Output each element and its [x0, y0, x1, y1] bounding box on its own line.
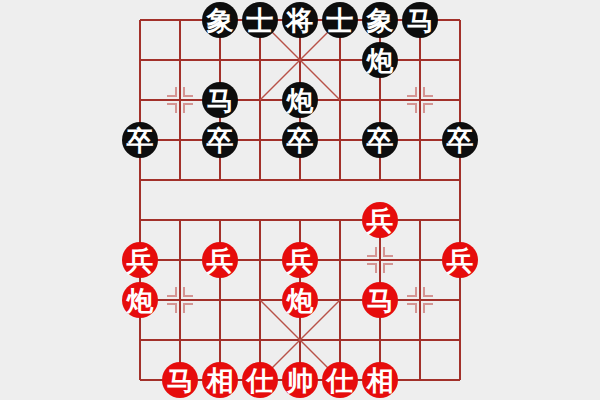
- piece-red-soldier[interactable]: 兵: [282, 242, 318, 278]
- xiangqi-app-canvas: 象士将士象马炮马炮卒卒卒卒卒兵兵兵兵兵炮炮马马相仕帅仕相: [0, 0, 600, 400]
- piece-red-soldier[interactable]: 兵: [362, 202, 398, 238]
- piece-red-advisor[interactable]: 仕: [322, 362, 358, 398]
- piece-red-cannon[interactable]: 炮: [122, 282, 158, 318]
- piece-black-soldier[interactable]: 卒: [202, 122, 238, 158]
- piece-red-cannon[interactable]: 炮: [282, 282, 318, 318]
- piece-black-soldier[interactable]: 卒: [362, 122, 398, 158]
- piece-black-horse[interactable]: 马: [402, 2, 438, 38]
- xiangqi-board-grid: [0, 0, 600, 400]
- piece-black-soldier[interactable]: 卒: [442, 122, 478, 158]
- piece-black-elephant[interactable]: 象: [362, 2, 398, 38]
- piece-black-advisor[interactable]: 士: [322, 2, 358, 38]
- piece-red-horse[interactable]: 马: [162, 362, 198, 398]
- piece-black-soldier[interactable]: 卒: [282, 122, 318, 158]
- piece-black-elephant[interactable]: 象: [202, 2, 238, 38]
- piece-red-horse[interactable]: 马: [362, 282, 398, 318]
- piece-red-elephant[interactable]: 相: [202, 362, 238, 398]
- piece-red-advisor[interactable]: 仕: [242, 362, 278, 398]
- piece-red-soldier[interactable]: 兵: [202, 242, 238, 278]
- piece-red-soldier[interactable]: 兵: [122, 242, 158, 278]
- piece-black-advisor[interactable]: 士: [242, 2, 278, 38]
- piece-black-horse[interactable]: 马: [202, 82, 238, 118]
- piece-black-cannon[interactable]: 炮: [362, 42, 398, 78]
- piece-red-soldier[interactable]: 兵: [442, 242, 478, 278]
- grid-lines: [140, 20, 460, 380]
- piece-red-general[interactable]: 帅: [282, 362, 318, 398]
- piece-red-elephant[interactable]: 相: [362, 362, 398, 398]
- piece-black-soldier[interactable]: 卒: [122, 122, 158, 158]
- piece-black-cannon[interactable]: 炮: [282, 82, 318, 118]
- piece-black-general[interactable]: 将: [282, 2, 318, 38]
